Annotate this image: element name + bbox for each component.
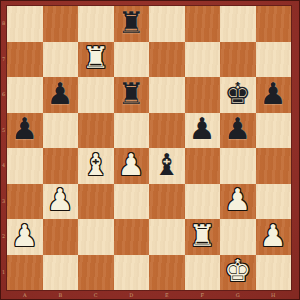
square-h7[interactable]	[256, 42, 292, 78]
black-pawn-icon: ♟︎	[189, 114, 216, 144]
black-rook-icon: ♜︎	[118, 8, 145, 38]
file-label-h: H	[256, 290, 292, 300]
square-e3[interactable]	[149, 184, 185, 220]
black-pawn-icon: ♟︎	[224, 114, 251, 144]
square-c7[interactable]: ♜︎	[78, 42, 114, 78]
square-g6[interactable]: ♚︎	[220, 77, 256, 113]
white-pawn-icon: ♟︎	[118, 150, 145, 180]
square-c6[interactable]	[78, 77, 114, 113]
square-f2[interactable]: ♜︎	[185, 219, 221, 255]
file-label-g: G	[220, 290, 256, 300]
square-h5[interactable]	[256, 113, 292, 149]
rank-label-6: 6	[0, 77, 7, 113]
square-d5[interactable]	[114, 113, 150, 149]
black-pawn-icon: ♟︎	[11, 114, 38, 144]
rank-label-3: 3	[0, 184, 7, 220]
square-b3[interactable]: ♟︎	[43, 184, 79, 220]
square-b8[interactable]	[43, 6, 79, 42]
square-c3[interactable]	[78, 184, 114, 220]
square-c1[interactable]	[78, 255, 114, 291]
square-h4[interactable]	[256, 148, 292, 184]
square-f1[interactable]	[185, 255, 221, 291]
square-c8[interactable]	[78, 6, 114, 42]
rank-label-2: 2	[0, 219, 7, 255]
square-f7[interactable]	[185, 42, 221, 78]
square-d7[interactable]	[114, 42, 150, 78]
square-a3[interactable]	[7, 184, 43, 220]
white-pawn-icon: ♟︎	[224, 185, 251, 215]
white-rook-icon: ♜︎	[82, 43, 109, 73]
file-label-f: F	[185, 290, 221, 300]
file-label-b: B	[43, 290, 79, 300]
square-e1[interactable]	[149, 255, 185, 291]
square-e8[interactable]	[149, 6, 185, 42]
file-label-e: E	[149, 290, 185, 300]
square-a5[interactable]: ♟︎	[7, 113, 43, 149]
square-c2[interactable]	[78, 219, 114, 255]
square-d2[interactable]	[114, 219, 150, 255]
square-f3[interactable]	[185, 184, 221, 220]
square-g5[interactable]: ♟︎	[220, 113, 256, 149]
square-b4[interactable]	[43, 148, 79, 184]
square-d1[interactable]	[114, 255, 150, 291]
file-label-c: C	[78, 290, 114, 300]
square-g1[interactable]: ♚︎	[220, 255, 256, 291]
square-d4[interactable]: ♟︎	[114, 148, 150, 184]
rank-labels: 87654321	[0, 6, 7, 290]
square-f5[interactable]: ♟︎	[185, 113, 221, 149]
black-pawn-icon: ♟︎	[260, 79, 287, 109]
square-b6[interactable]: ♟︎	[43, 77, 79, 113]
square-e5[interactable]	[149, 113, 185, 149]
square-a8[interactable]	[7, 6, 43, 42]
square-e4[interactable]: ♝︎	[149, 148, 185, 184]
square-f8[interactable]	[185, 6, 221, 42]
square-b2[interactable]	[43, 219, 79, 255]
square-d8[interactable]: ♜︎	[114, 6, 150, 42]
square-a2[interactable]: ♟︎	[7, 219, 43, 255]
black-rook-icon: ♜︎	[118, 79, 145, 109]
rank-label-7: 7	[0, 42, 7, 78]
square-g7[interactable]	[220, 42, 256, 78]
square-c5[interactable]	[78, 113, 114, 149]
chessboard-frame: ♜︎♜︎♟︎♜︎♚︎♟︎♟︎♟︎♟︎♝︎♟︎♝︎♟︎♟︎♟︎♜︎♟︎♚︎ 876…	[0, 0, 300, 300]
black-king-icon: ♚︎	[224, 79, 251, 109]
white-pawn-icon: ♟︎	[260, 221, 287, 251]
rank-label-1: 1	[0, 255, 7, 291]
chessboard: ♜︎♜︎♟︎♜︎♚︎♟︎♟︎♟︎♟︎♝︎♟︎♝︎♟︎♟︎♟︎♜︎♟︎♚︎	[7, 6, 291, 290]
square-e7[interactable]	[149, 42, 185, 78]
square-d6[interactable]: ♜︎	[114, 77, 150, 113]
square-b1[interactable]	[43, 255, 79, 291]
square-g3[interactable]: ♟︎	[220, 184, 256, 220]
square-h1[interactable]	[256, 255, 292, 291]
file-label-d: D	[114, 290, 150, 300]
square-h6[interactable]: ♟︎	[256, 77, 292, 113]
square-g8[interactable]	[220, 6, 256, 42]
square-g4[interactable]	[220, 148, 256, 184]
square-e6[interactable]	[149, 77, 185, 113]
square-g2[interactable]	[220, 219, 256, 255]
white-king-icon: ♚︎	[224, 256, 251, 286]
file-labels: ABCDEFGH	[7, 290, 291, 300]
white-pawn-icon: ♟︎	[11, 221, 38, 251]
square-e2[interactable]	[149, 219, 185, 255]
square-f6[interactable]	[185, 77, 221, 113]
square-h2[interactable]: ♟︎	[256, 219, 292, 255]
square-a7[interactable]	[7, 42, 43, 78]
file-label-a: A	[7, 290, 43, 300]
square-d3[interactable]	[114, 184, 150, 220]
square-c4[interactable]: ♝︎	[78, 148, 114, 184]
square-h8[interactable]	[256, 6, 292, 42]
white-rook-icon: ♜︎	[189, 221, 216, 251]
square-h3[interactable]	[256, 184, 292, 220]
rank-label-8: 8	[0, 6, 7, 42]
square-b5[interactable]	[43, 113, 79, 149]
black-pawn-icon: ♟︎	[47, 79, 74, 109]
square-b7[interactable]	[43, 42, 79, 78]
square-a6[interactable]	[7, 77, 43, 113]
rank-label-5: 5	[0, 113, 7, 149]
square-a1[interactable]	[7, 255, 43, 291]
rank-label-4: 4	[0, 148, 7, 184]
black-bishop-icon: ♝︎	[153, 150, 180, 180]
white-bishop-icon: ♝︎	[82, 150, 109, 180]
square-f4[interactable]	[185, 148, 221, 184]
white-pawn-icon: ♟︎	[47, 185, 74, 215]
square-a4[interactable]	[7, 148, 43, 184]
